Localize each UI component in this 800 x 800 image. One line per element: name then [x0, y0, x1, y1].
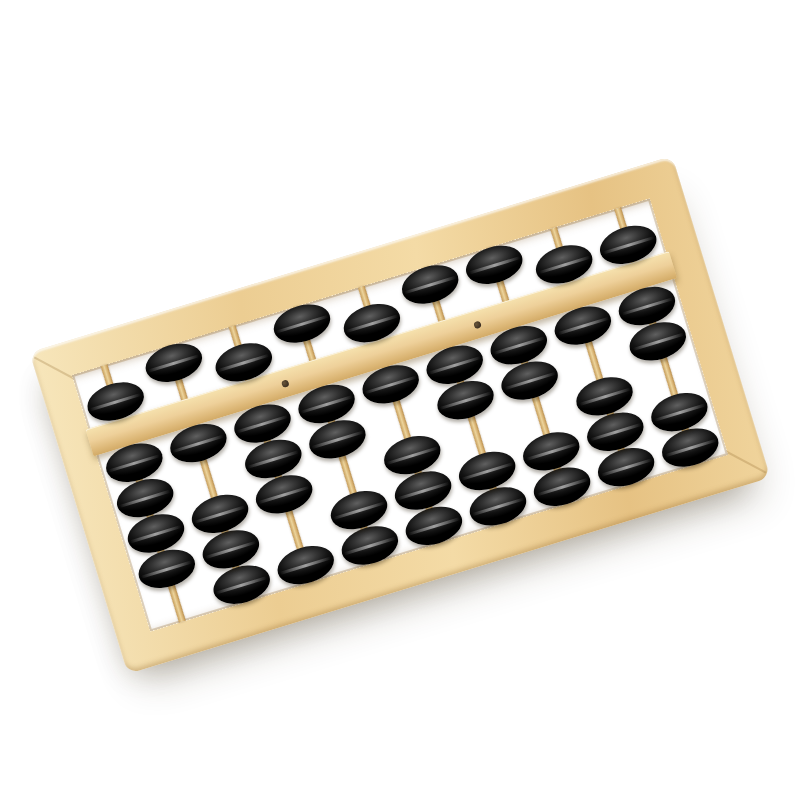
beam-unit-dot-2	[473, 320, 482, 329]
beam-unit-dot-1	[281, 379, 290, 388]
photo-canvas	[0, 0, 800, 800]
abacus	[30, 156, 771, 674]
